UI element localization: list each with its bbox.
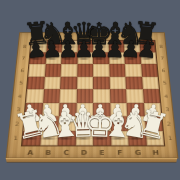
square-d6[interactable]: [76, 64, 92, 76]
square-b6[interactable]: [44, 64, 61, 76]
file-label-h: H: [146, 145, 165, 159]
file-label-d: D: [75, 145, 93, 159]
file-label-g: G: [128, 145, 147, 159]
file-label-b: B: [38, 145, 57, 159]
rank-label-left-6: 6: [15, 64, 29, 76]
square-f6[interactable]: [108, 64, 124, 76]
square-c6[interactable]: [60, 64, 76, 76]
piece-black-pawn-h7[interactable]: ♟: [135, 37, 158, 62]
square-d5[interactable]: [76, 76, 92, 89]
square-e6[interactable]: [92, 64, 108, 76]
square-g5[interactable]: [125, 76, 142, 89]
square-c5[interactable]: [60, 76, 77, 89]
file-label-f: F: [110, 145, 128, 159]
file-label-a: A: [20, 145, 39, 159]
square-b5[interactable]: [43, 76, 60, 89]
rank-label-right-6: 6: [156, 64, 170, 76]
square-a5[interactable]: [27, 76, 44, 89]
square-h6[interactable]: [140, 64, 157, 76]
rank-label-right-7: 7: [155, 52, 169, 64]
square-f5[interactable]: [109, 76, 126, 89]
file-label-c: C: [56, 145, 74, 159]
rank-label-right-5: 5: [157, 76, 171, 89]
file-label-e: E: [93, 145, 111, 159]
rank-label-left-5: 5: [14, 76, 28, 89]
square-h5[interactable]: [141, 76, 158, 89]
square-e5[interactable]: [92, 76, 108, 89]
board-front-edge: [5, 158, 178, 163]
app-background: ABCDEFGH ABCDEFGH 87654321 87654321 ♜♞♝♛…: [0, 0, 180, 180]
square-a6[interactable]: [28, 64, 45, 76]
chess-scene: ABCDEFGH ABCDEFGH 87654321 87654321 ♜♞♝♛…: [0, 0, 180, 180]
file-labels-bottom: ABCDEFGH: [20, 145, 165, 159]
square-g6[interactable]: [124, 64, 141, 76]
